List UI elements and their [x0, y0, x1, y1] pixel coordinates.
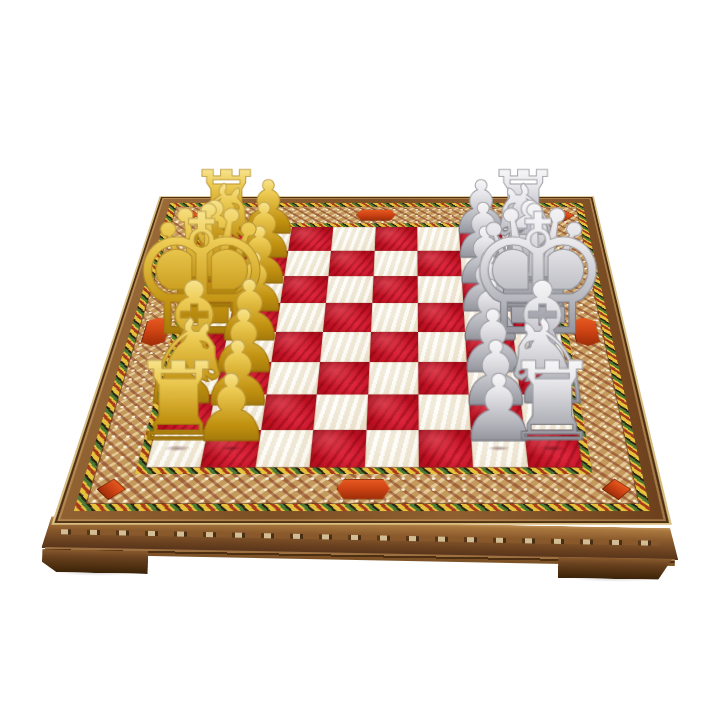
- rook-glyph: ♜: [504, 348, 601, 456]
- pawn-glyph: ♟: [190, 363, 273, 456]
- scene-3d: ♜♟♟♜♞♟♟♞♝♟♟♝♛♟♟♛♚♟♟♚♝♟♟♝♞♟♟♞♜♟♟♜: [0, 0, 720, 720]
- medallion-icon: [335, 479, 390, 500]
- photo-stage: ♜♟♟♜♞♟♟♞♝♟♟♝♛♟♟♛♚♟♟♚♝♟♟♝♞♟♟♞♜♟♟♜: [0, 0, 720, 720]
- pieces-layer: ♜♟♟♜♞♟♟♞♝♟♟♝♛♟♟♛♚♟♟♚♝♟♟♝♞♟♟♞♜♟♟♜: [146, 227, 582, 467]
- medallion-icon: [355, 209, 396, 220]
- chessboard: ♜♟♟♜♞♟♟♞♝♟♟♝♛♟♟♛♚♟♟♚♝♟♟♝♞♟♟♞♜♟♟♜: [51, 196, 672, 525]
